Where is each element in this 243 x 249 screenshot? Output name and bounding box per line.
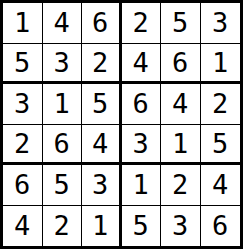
cell-r6c6[interactable]: 6 — [201, 206, 241, 247]
cell-r1c3[interactable]: 6 — [82, 3, 122, 44]
cell-r4c5[interactable]: 1 — [161, 125, 201, 166]
cell-r2c6[interactable]: 1 — [201, 44, 241, 85]
cell-r5c1[interactable]: 6 — [3, 165, 43, 206]
cell-r6c2[interactable]: 2 — [43, 206, 83, 247]
cell-r2c1[interactable]: 5 — [3, 44, 43, 85]
cell-r1c6[interactable]: 3 — [201, 3, 241, 44]
cell-r4c6[interactable]: 5 — [201, 125, 241, 166]
cell-r2c3[interactable]: 2 — [82, 44, 122, 85]
cell-r6c3[interactable]: 1 — [82, 206, 122, 247]
cell-r1c5[interactable]: 5 — [161, 3, 201, 44]
cell-r4c4[interactable]: 3 — [122, 125, 162, 166]
cell-r2c4[interactable]: 4 — [122, 44, 162, 85]
cell-r5c5[interactable]: 2 — [161, 165, 201, 206]
cell-r6c5[interactable]: 3 — [161, 206, 201, 247]
cell-r3c5[interactable]: 4 — [161, 84, 201, 125]
cell-r6c1[interactable]: 4 — [3, 206, 43, 247]
cell-r5c2[interactable]: 5 — [43, 165, 83, 206]
cell-r1c2[interactable]: 4 — [43, 3, 83, 44]
cell-r4c1[interactable]: 2 — [3, 125, 43, 166]
cell-r3c3[interactable]: 5 — [82, 84, 122, 125]
sudoku-board: 146253532461315642264315653124421536 — [0, 0, 243, 249]
cell-r4c2[interactable]: 6 — [43, 125, 83, 166]
cell-r1c4[interactable]: 2 — [122, 3, 162, 44]
cell-r5c3[interactable]: 3 — [82, 165, 122, 206]
cell-r4c3[interactable]: 4 — [82, 125, 122, 166]
cell-r3c2[interactable]: 1 — [43, 84, 83, 125]
cell-r3c1[interactable]: 3 — [3, 84, 43, 125]
cell-r2c5[interactable]: 6 — [161, 44, 201, 85]
cell-r5c6[interactable]: 4 — [201, 165, 241, 206]
cell-r1c1[interactable]: 1 — [3, 3, 43, 44]
cell-r6c4[interactable]: 5 — [122, 206, 162, 247]
cell-r5c4[interactable]: 1 — [122, 165, 162, 206]
cell-r3c6[interactable]: 2 — [201, 84, 241, 125]
cell-r2c2[interactable]: 3 — [43, 44, 83, 85]
cell-r3c4[interactable]: 6 — [122, 84, 162, 125]
